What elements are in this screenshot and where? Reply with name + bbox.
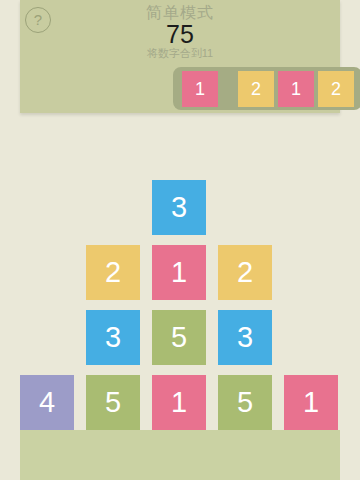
board-grid: 3 2 1 2 3 5 3 4 5 1 5 1 <box>20 180 338 430</box>
board-tile[interactable]: 3 <box>152 180 206 235</box>
queue-tile-upcoming: 2 <box>318 71 354 107</box>
board-tile[interactable]: 3 <box>218 310 272 365</box>
board-tile[interactable]: 5 <box>86 375 140 430</box>
tile-queue-tray: 1 2 1 2 <box>173 67 360 110</box>
floor-platform <box>20 430 340 480</box>
board-tile[interactable]: 5 <box>152 310 206 365</box>
board-tile[interactable]: 4 <box>20 375 74 430</box>
board-tile[interactable]: 3 <box>86 310 140 365</box>
board-tile[interactable]: 5 <box>218 375 272 430</box>
board-tile[interactable]: 2 <box>86 245 140 300</box>
score-value: 75 <box>0 20 360 49</box>
board-tile[interactable]: 2 <box>218 245 272 300</box>
queue-tile-current[interactable]: 1 <box>182 71 218 107</box>
board-tile[interactable]: 1 <box>152 245 206 300</box>
board-tile[interactable]: 1 <box>152 375 206 430</box>
board-tile[interactable]: 1 <box>284 375 338 430</box>
queue-tile-upcoming: 2 <box>238 71 274 107</box>
queue-tile-upcoming: 1 <box>278 71 314 107</box>
instruction-text: 将数字合到11 <box>0 46 360 61</box>
